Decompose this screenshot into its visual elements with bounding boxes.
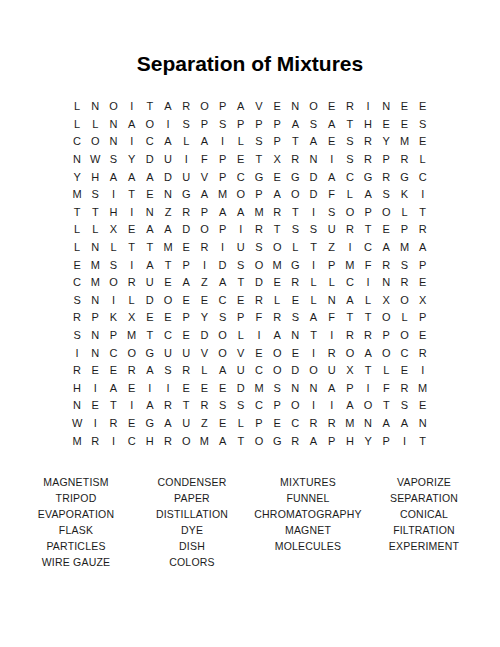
grid-cell-r8-c18: E bbox=[377, 221, 395, 239]
grid-cell-r6-c16: L bbox=[341, 186, 359, 204]
grid-cell-r9-c18: A bbox=[377, 239, 395, 257]
grid-cell-r2-c6: I bbox=[159, 116, 177, 134]
grid-cell-r9-c11: S bbox=[250, 239, 268, 257]
grid-cell-r7-c12: R bbox=[268, 204, 286, 222]
grid-cell-r19-c17: N bbox=[359, 415, 377, 433]
grid-cell-r5-c10: C bbox=[232, 168, 250, 186]
word-list-column-2: CONDENSERPAPERDISTILLATIONDYEDISHCOLORS bbox=[134, 474, 250, 570]
grid-cell-r3-c12: P bbox=[268, 133, 286, 151]
grid-cell-r17-c19: R bbox=[395, 380, 413, 398]
grid-cell-r6-c1: M bbox=[68, 186, 86, 204]
word-item: WIRE GAUZE bbox=[18, 554, 134, 570]
grid-cell-r6-c19: K bbox=[395, 186, 413, 204]
grid-cell-r14-c7: E bbox=[177, 327, 195, 345]
grid-cell-r14-c2: N bbox=[86, 327, 104, 345]
grid-cell-r15-c1: I bbox=[68, 344, 86, 362]
grid-cell-r1-c7: R bbox=[177, 98, 195, 116]
grid-cell-r17-c18: F bbox=[377, 380, 395, 398]
grid-cell-r6-c11: P bbox=[250, 186, 268, 204]
grid-cell-r10-c6: T bbox=[159, 256, 177, 274]
grid-cell-r18-c19: S bbox=[395, 397, 413, 415]
grid-cell-r10-c10: S bbox=[232, 256, 250, 274]
grid-cell-r1-c6: A bbox=[159, 98, 177, 116]
word-item: MAGNET bbox=[250, 522, 366, 538]
grid-cell-r3-c17: R bbox=[359, 133, 377, 151]
grid-cell-r20-c14: A bbox=[304, 432, 322, 450]
grid-cell-r19-c13: C bbox=[286, 415, 304, 433]
grid-cell-r7-c2: T bbox=[86, 204, 104, 222]
grid-cell-r17-c13: N bbox=[286, 380, 304, 398]
grid-cell-r3-c8: A bbox=[195, 133, 213, 151]
grid-cell-r15-c17: A bbox=[359, 344, 377, 362]
grid-cell-r10-c20: P bbox=[414, 256, 432, 274]
grid-cell-r14-c15: I bbox=[323, 327, 341, 345]
grid-cell-r12-c9: C bbox=[214, 292, 232, 310]
word-list-column-3: MIXTURESFUNNELCHROMATOGRAPHYMAGNETMOLECU… bbox=[250, 474, 366, 570]
grid-cell-r13-c17: T bbox=[359, 309, 377, 327]
grid-cell-r12-c15: N bbox=[323, 292, 341, 310]
grid-cell-r1-c9: P bbox=[214, 98, 232, 116]
grid-cell-r12-c1: S bbox=[68, 292, 86, 310]
grid-cell-r9-c9: I bbox=[214, 239, 232, 257]
grid-cell-r20-c16: H bbox=[341, 432, 359, 450]
grid-cell-r12-c3: I bbox=[104, 292, 122, 310]
word-list-column-1: MAGNETISMTRIPODEVAPORATIONFLASKPARTICLES… bbox=[18, 474, 134, 570]
grid-cell-r17-c3: A bbox=[104, 380, 122, 398]
grid-cell-r4-c11: T bbox=[250, 151, 268, 169]
grid-cell-r12-c5: D bbox=[141, 292, 159, 310]
grid-cell-r4-c15: I bbox=[323, 151, 341, 169]
grid-cell-r15-c6: U bbox=[159, 344, 177, 362]
grid-cell-r1-c11: V bbox=[250, 98, 268, 116]
word-item: FILTRATION bbox=[366, 522, 482, 538]
grid-cell-r15-c10: V bbox=[232, 344, 250, 362]
grid-cell-r4-c18: P bbox=[377, 151, 395, 169]
grid-cell-r11-c14: L bbox=[304, 274, 322, 292]
grid-cell-r13-c18: O bbox=[377, 309, 395, 327]
grid-cell-r9-c2: N bbox=[86, 239, 104, 257]
grid-cell-r13-c5: E bbox=[141, 309, 159, 327]
grid-cell-r17-c2: I bbox=[86, 380, 104, 398]
grid-cell-r18-c17: O bbox=[359, 397, 377, 415]
grid-cell-r20-c17: Y bbox=[359, 432, 377, 450]
grid-cell-r14-c1: S bbox=[68, 327, 86, 345]
grid-cell-r13-c9: S bbox=[214, 309, 232, 327]
grid-cell-r7-c14: I bbox=[304, 204, 322, 222]
grid-cell-r13-c2: P bbox=[86, 309, 104, 327]
grid-cell-r4-c12: X bbox=[268, 151, 286, 169]
grid-cell-r12-c17: L bbox=[359, 292, 377, 310]
grid-cell-r15-c9: O bbox=[214, 344, 232, 362]
grid-cell-r9-c19: M bbox=[395, 239, 413, 257]
grid-cell-r15-c18: O bbox=[377, 344, 395, 362]
grid-cell-r11-c12: E bbox=[268, 274, 286, 292]
grid-cell-r15-c11: E bbox=[250, 344, 268, 362]
grid-cell-r19-c12: E bbox=[268, 415, 286, 433]
word-item: CHROMATOGRAPHY bbox=[250, 506, 366, 522]
grid-cell-r16-c19: E bbox=[395, 362, 413, 380]
grid-cell-r13-c3: K bbox=[104, 309, 122, 327]
grid-cell-r10-c16: M bbox=[341, 256, 359, 274]
grid-cell-r5-c18: R bbox=[377, 168, 395, 186]
grid-cell-r15-c16: O bbox=[341, 344, 359, 362]
grid-cell-r8-c16: R bbox=[341, 221, 359, 239]
grid-cell-r6-c18: S bbox=[377, 186, 395, 204]
grid-cell-r4-c20: L bbox=[414, 151, 432, 169]
grid-cell-r18-c14: I bbox=[304, 397, 322, 415]
grid-cell-r13-c12: R bbox=[268, 309, 286, 327]
grid-cell-r16-c16: X bbox=[341, 362, 359, 380]
grid-cell-r10-c12: M bbox=[268, 256, 286, 274]
grid-cell-r20-c19: I bbox=[395, 432, 413, 450]
grid-cell-r10-c4: I bbox=[123, 256, 141, 274]
grid-cell-r7-c20: T bbox=[414, 204, 432, 222]
grid-cell-r11-c17: I bbox=[359, 274, 377, 292]
grid-cell-r17-c6: I bbox=[159, 380, 177, 398]
grid-cell-r8-c15: U bbox=[323, 221, 341, 239]
grid-cell-r14-c18: P bbox=[377, 327, 395, 345]
grid-cell-r20-c18: P bbox=[377, 432, 395, 450]
grid-cell-r5-c20: C bbox=[414, 168, 432, 186]
grid-cell-r20-c9: A bbox=[214, 432, 232, 450]
grid-cell-r11-c10: T bbox=[232, 274, 250, 292]
grid-cell-r1-c2: N bbox=[86, 98, 104, 116]
grid-cell-r1-c15: E bbox=[323, 98, 341, 116]
grid-cell-r1-c1: L bbox=[68, 98, 86, 116]
grid-cell-r7-c1: T bbox=[68, 204, 86, 222]
grid-cell-r18-c3: T bbox=[104, 397, 122, 415]
grid-cell-r11-c15: L bbox=[323, 274, 341, 292]
grid-cell-r3-c14: A bbox=[304, 133, 322, 151]
grid-cell-r5-c12: E bbox=[268, 168, 286, 186]
grid-cell-r11-c2: M bbox=[86, 274, 104, 292]
grid-cell-r20-c11: O bbox=[250, 432, 268, 450]
grid-cell-r10-c18: R bbox=[377, 256, 395, 274]
grid-cell-r6-c15: F bbox=[323, 186, 341, 204]
grid-cell-r3-c5: C bbox=[141, 133, 159, 151]
grid-cell-r19-c5: G bbox=[141, 415, 159, 433]
grid-cell-r3-c10: L bbox=[232, 133, 250, 151]
grid-cell-r18-c10: S bbox=[232, 397, 250, 415]
grid-cell-r15-c12: O bbox=[268, 344, 286, 362]
grid-cell-r20-c20: T bbox=[414, 432, 432, 450]
word-list: MAGNETISMTRIPODEVAPORATIONFLASKPARTICLES… bbox=[18, 474, 482, 570]
grid-cell-r12-c7: E bbox=[177, 292, 195, 310]
grid-cell-r4-c16: S bbox=[341, 151, 359, 169]
grid-cell-r3-c20: E bbox=[414, 133, 432, 151]
grid-cell-r20-c2: R bbox=[86, 432, 104, 450]
grid-cell-r19-c19: A bbox=[395, 415, 413, 433]
grid-cell-r15-c3: C bbox=[104, 344, 122, 362]
grid-cell-r13-c10: P bbox=[232, 309, 250, 327]
word-item: VAPORIZE bbox=[366, 474, 482, 490]
grid-cell-r8-c6: A bbox=[159, 221, 177, 239]
grid-cell-r20-c12: G bbox=[268, 432, 286, 450]
grid-cell-r5-c19: G bbox=[395, 168, 413, 186]
grid-cell-r5-c1: Y bbox=[68, 168, 86, 186]
grid-cell-r5-c17: G bbox=[359, 168, 377, 186]
grid-cell-r20-c8: M bbox=[195, 432, 213, 450]
word-item: PAPER bbox=[134, 490, 250, 506]
grid-cell-r18-c9: S bbox=[214, 397, 232, 415]
grid-cell-r2-c11: P bbox=[250, 116, 268, 134]
grid-cell-r19-c6: A bbox=[159, 415, 177, 433]
grid-cell-r6-c4: T bbox=[123, 186, 141, 204]
grid-cell-r5-c2: H bbox=[86, 168, 104, 186]
grid-cell-r16-c11: C bbox=[250, 362, 268, 380]
grid-cell-r3-c11: S bbox=[250, 133, 268, 151]
grid-cell-r10-c1: E bbox=[68, 256, 86, 274]
grid-cell-r11-c3: O bbox=[104, 274, 122, 292]
grid-cell-r17-c10: D bbox=[232, 380, 250, 398]
grid-cell-r5-c9: P bbox=[214, 168, 232, 186]
grid-cell-r9-c12: O bbox=[268, 239, 286, 257]
grid-cell-r9-c17: C bbox=[359, 239, 377, 257]
word-list-column-4: VAPORIZESEPARATIONCONICALFILTRATIONEXPER… bbox=[366, 474, 482, 570]
grid-cell-r18-c20: E bbox=[414, 397, 432, 415]
word-item: CONICAL bbox=[366, 506, 482, 522]
grid-cell-r18-c6: R bbox=[159, 397, 177, 415]
grid-cell-r20-c15: P bbox=[323, 432, 341, 450]
grid-cell-r6-c2: S bbox=[86, 186, 104, 204]
word-item: MIXTURES bbox=[250, 474, 366, 490]
grid-cell-r13-c20: P bbox=[414, 309, 432, 327]
grid-cell-r1-c19: E bbox=[395, 98, 413, 116]
grid-cell-r17-c9: E bbox=[214, 380, 232, 398]
word-item: FLASK bbox=[18, 522, 134, 538]
grid-cell-r16-c4: R bbox=[123, 362, 141, 380]
grid-cell-r15-c5: G bbox=[141, 344, 159, 362]
grid-cell-r19-c20: N bbox=[414, 415, 432, 433]
grid-cell-r17-c20: M bbox=[414, 380, 432, 398]
grid-cell-r9-c20: A bbox=[414, 239, 432, 257]
grid-cell-r14-c17: R bbox=[359, 327, 377, 345]
grid-cell-r15-c2: N bbox=[86, 344, 104, 362]
grid-cell-r9-c16: I bbox=[341, 239, 359, 257]
grid-cell-r17-c17: I bbox=[359, 380, 377, 398]
grid-cell-r14-c5: T bbox=[141, 327, 159, 345]
grid-cell-r2-c17: H bbox=[359, 116, 377, 134]
grid-cell-r16-c9: A bbox=[214, 362, 232, 380]
grid-cell-r18-c7: T bbox=[177, 397, 195, 415]
word-item: COLORS bbox=[134, 554, 250, 570]
grid-cell-r3-c16: S bbox=[341, 133, 359, 151]
grid-cell-r7-c3: H bbox=[104, 204, 122, 222]
word-search-grid: LNOITAROPAVENOERINEELLNAOISPSPPPASATHEES… bbox=[68, 98, 432, 450]
grid-cell-r17-c8: E bbox=[195, 380, 213, 398]
grid-cell-r10-c13: G bbox=[286, 256, 304, 274]
grid-cell-r7-c17: P bbox=[359, 204, 377, 222]
grid-cell-r19-c2: I bbox=[86, 415, 104, 433]
grid-cell-r18-c13: O bbox=[286, 397, 304, 415]
grid-cell-r3-c9: I bbox=[214, 133, 232, 151]
grid-cell-r2-c9: S bbox=[214, 116, 232, 134]
grid-cell-r2-c18: E bbox=[377, 116, 395, 134]
grid-cell-r14-c14: T bbox=[304, 327, 322, 345]
grid-cell-r6-c17: A bbox=[359, 186, 377, 204]
grid-cell-r7-c7: R bbox=[177, 204, 195, 222]
grid-cell-r7-c13: T bbox=[286, 204, 304, 222]
grid-cell-r8-c1: L bbox=[68, 221, 86, 239]
grid-cell-r8-c4: E bbox=[123, 221, 141, 239]
grid-cell-r8-c14: S bbox=[304, 221, 322, 239]
grid-cell-r8-c10: I bbox=[232, 221, 250, 239]
grid-cell-r9-c10: U bbox=[232, 239, 250, 257]
grid-cell-r18-c8: R bbox=[195, 397, 213, 415]
grid-cell-r4-c7: I bbox=[177, 151, 195, 169]
grid-cell-r16-c18: L bbox=[377, 362, 395, 380]
grid-cell-r2-c7: S bbox=[177, 116, 195, 134]
grid-cell-r3-c3: N bbox=[104, 133, 122, 151]
grid-cell-r19-c15: R bbox=[323, 415, 341, 433]
grid-cell-r3-c1: C bbox=[68, 133, 86, 151]
grid-cell-r13-c15: F bbox=[323, 309, 341, 327]
grid-cell-r10-c5: A bbox=[141, 256, 159, 274]
grid-cell-r1-c14: O bbox=[304, 98, 322, 116]
grid-cell-r7-c16: O bbox=[341, 204, 359, 222]
grid-cell-r16-c20: I bbox=[414, 362, 432, 380]
grid-cell-r4-c10: E bbox=[232, 151, 250, 169]
grid-cell-r4-c14: N bbox=[304, 151, 322, 169]
grid-cell-r5-c6: D bbox=[159, 168, 177, 186]
grid-cell-r17-c1: H bbox=[68, 380, 86, 398]
grid-cell-r7-c6: Z bbox=[159, 204, 177, 222]
grid-cell-r15-c15: R bbox=[323, 344, 341, 362]
grid-cell-r12-c12: L bbox=[268, 292, 286, 310]
grid-cell-r14-c9: O bbox=[214, 327, 232, 345]
grid-cell-r14-c3: P bbox=[104, 327, 122, 345]
puzzle-title: Separation of Mixtures bbox=[0, 0, 500, 76]
grid-cell-r4-c3: S bbox=[104, 151, 122, 169]
grid-cell-r8-c8: O bbox=[195, 221, 213, 239]
word-item: SEPARATION bbox=[366, 490, 482, 506]
grid-cell-r20-c3: I bbox=[104, 432, 122, 450]
grid-cell-r6-c20: I bbox=[414, 186, 432, 204]
grid-cell-r14-c10: L bbox=[232, 327, 250, 345]
grid-cell-r4-c17: R bbox=[359, 151, 377, 169]
grid-cell-r7-c15: S bbox=[323, 204, 341, 222]
grid-cell-r11-c13: R bbox=[286, 274, 304, 292]
grid-cell-r1-c17: I bbox=[359, 98, 377, 116]
grid-cell-r1-c18: N bbox=[377, 98, 395, 116]
grid-cell-r10-c9: D bbox=[214, 256, 232, 274]
grid-cell-r17-c12: S bbox=[268, 380, 286, 398]
word-item: DISTILLATION bbox=[134, 506, 250, 522]
grid-cell-r13-c11: F bbox=[250, 309, 268, 327]
grid-cell-r20-c7: O bbox=[177, 432, 195, 450]
grid-cell-r12-c2: N bbox=[86, 292, 104, 310]
grid-cell-r19-c14: R bbox=[304, 415, 322, 433]
grid-cell-r11-c8: Z bbox=[195, 274, 213, 292]
grid-cell-r14-c11: I bbox=[250, 327, 268, 345]
grid-cell-r1-c16: R bbox=[341, 98, 359, 116]
grid-cell-r9-c1: L bbox=[68, 239, 86, 257]
grid-cell-r2-c4: A bbox=[123, 116, 141, 134]
grid-cell-r3-c18: Y bbox=[377, 133, 395, 151]
grid-cell-r2-c15: A bbox=[323, 116, 341, 134]
grid-cell-r16-c3: E bbox=[104, 362, 122, 380]
grid-cell-r5-c16: C bbox=[341, 168, 359, 186]
word-item: MOLECULES bbox=[250, 538, 366, 554]
grid-cell-r3-c13: T bbox=[286, 133, 304, 151]
grid-cell-r18-c15: I bbox=[323, 397, 341, 415]
grid-cell-r18-c5: A bbox=[141, 397, 159, 415]
grid-cell-r7-c11: M bbox=[250, 204, 268, 222]
grid-cell-r10-c3: S bbox=[104, 256, 122, 274]
grid-cell-r11-c18: N bbox=[377, 274, 395, 292]
grid-cell-r5-c11: G bbox=[250, 168, 268, 186]
grid-cell-r12-c8: E bbox=[195, 292, 213, 310]
grid-cell-r6-c12: A bbox=[268, 186, 286, 204]
grid-cell-r15-c20: R bbox=[414, 344, 432, 362]
grid-cell-r2-c3: N bbox=[104, 116, 122, 134]
grid-cell-r2-c8: P bbox=[195, 116, 213, 134]
grid-cell-r17-c11: M bbox=[250, 380, 268, 398]
grid-cell-r11-c19: R bbox=[395, 274, 413, 292]
grid-cell-r14-c6: C bbox=[159, 327, 177, 345]
grid-cell-r16-c5: A bbox=[141, 362, 159, 380]
grid-cell-r17-c4: E bbox=[123, 380, 141, 398]
grid-cell-r6-c13: O bbox=[286, 186, 304, 204]
grid-cell-r16-c1: R bbox=[68, 362, 86, 380]
word-item: MAGNETISM bbox=[18, 474, 134, 490]
grid-cell-r10-c2: M bbox=[86, 256, 104, 274]
grid-cell-r9-c8: R bbox=[195, 239, 213, 257]
grid-cell-r1-c20: E bbox=[414, 98, 432, 116]
grid-cell-r10-c15: P bbox=[323, 256, 341, 274]
grid-cell-r14-c16: R bbox=[341, 327, 359, 345]
grid-cell-r16-c2: E bbox=[86, 362, 104, 380]
grid-cell-r10-c8: I bbox=[195, 256, 213, 274]
grid-cell-r7-c8: P bbox=[195, 204, 213, 222]
grid-cell-r6-c6: N bbox=[159, 186, 177, 204]
grid-cell-r12-c18: X bbox=[377, 292, 395, 310]
grid-cell-r10-c17: F bbox=[359, 256, 377, 274]
grid-cell-r16-c7: R bbox=[177, 362, 195, 380]
grid-cell-r14-c20: E bbox=[414, 327, 432, 345]
grid-cell-r12-c6: O bbox=[159, 292, 177, 310]
grid-cell-r6-c8: A bbox=[195, 186, 213, 204]
grid-cell-r7-c9: A bbox=[214, 204, 232, 222]
grid-cell-r5-c14: D bbox=[304, 168, 322, 186]
grid-cell-r16-c6: S bbox=[159, 362, 177, 380]
grid-cell-r7-c4: I bbox=[123, 204, 141, 222]
grid-cell-r2-c16: T bbox=[341, 116, 359, 134]
grid-cell-r18-c4: I bbox=[123, 397, 141, 415]
grid-cell-r19-c1: W bbox=[68, 415, 86, 433]
grid-cell-r17-c15: A bbox=[323, 380, 341, 398]
grid-cell-r11-c16: C bbox=[341, 274, 359, 292]
grid-cell-r8-c2: L bbox=[86, 221, 104, 239]
grid-cell-r4-c4: Y bbox=[123, 151, 141, 169]
grid-cell-r9-c4: T bbox=[123, 239, 141, 257]
grid-cell-r13-c14: A bbox=[304, 309, 322, 327]
grid-cell-r18-c11: C bbox=[250, 397, 268, 415]
grid-cell-r7-c18: O bbox=[377, 204, 395, 222]
grid-cell-r18-c1: N bbox=[68, 397, 86, 415]
grid-cell-r5-c5: A bbox=[141, 168, 159, 186]
grid-cell-r2-c13: A bbox=[286, 116, 304, 134]
grid-cell-r16-c17: T bbox=[359, 362, 377, 380]
grid-cell-r3-c2: O bbox=[86, 133, 104, 151]
grid-cell-r3-c15: E bbox=[323, 133, 341, 151]
grid-cell-r3-c6: A bbox=[159, 133, 177, 151]
grid-cell-r12-c16: A bbox=[341, 292, 359, 310]
grid-cell-r2-c5: O bbox=[141, 116, 159, 134]
grid-cell-r12-c13: E bbox=[286, 292, 304, 310]
grid-cell-r20-c1: M bbox=[68, 432, 86, 450]
grid-cell-r5-c15: A bbox=[323, 168, 341, 186]
